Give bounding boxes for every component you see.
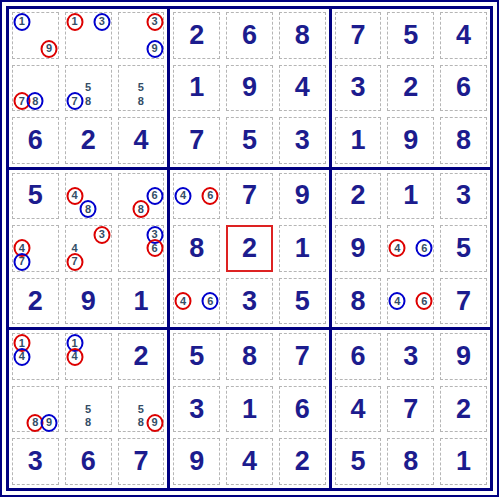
pencil-marks: 46: [176, 176, 217, 217]
candidate-digit: 8: [85, 204, 91, 215]
cell-value: 1: [242, 396, 257, 423]
cell-frame: 7: [173, 117, 220, 164]
candidate-digit: 5: [85, 82, 91, 93]
cell-frame: 1: [335, 117, 382, 164]
cell-r3c7[interactable]: 1: [332, 114, 385, 167]
cell-r6c4[interactable]: 46: [170, 275, 223, 328]
cell-r3c9[interactable]: 8: [437, 114, 490, 167]
cell-frame: 5: [335, 438, 382, 485]
cell-r4c8[interactable]: 1: [384, 170, 437, 223]
cell-frame: 9: [173, 438, 220, 485]
cell-r9c4[interactable]: 9: [170, 435, 223, 488]
cell-r3c2[interactable]: 2: [62, 114, 115, 167]
cell-value: 9: [189, 448, 204, 475]
cell-frame: 2: [65, 117, 112, 164]
cell-frame: 2: [279, 438, 326, 485]
pencil-marks: 46: [390, 228, 431, 269]
cell-value: 5: [456, 235, 471, 262]
box-5: 46798214635: [170, 170, 328, 328]
cell-r7c8[interactable]: 3: [384, 330, 437, 383]
candidate-9[interactable]: 9: [42, 42, 56, 56]
candidate-3[interactable]: 3: [148, 15, 162, 29]
cell-frame: 5: [279, 278, 326, 325]
cell-frame: 1: [279, 225, 326, 272]
cell-frame: 7: [279, 333, 326, 380]
candidate-digit: 8: [85, 417, 91, 428]
candidate-digit: 9: [151, 417, 157, 428]
cell-r7c6[interactable]: 7: [276, 330, 329, 383]
cell-r4c2[interactable]: 48: [62, 170, 115, 223]
cell-r1c1[interactable]: 19: [9, 9, 62, 62]
cell-frame: 3: [12, 438, 59, 485]
candidate-8[interactable]: 8: [134, 95, 148, 109]
cell-frame: 3: [173, 386, 220, 433]
cell-r1c3[interactable]: 39: [115, 9, 168, 62]
candidate-6[interactable]: 6: [148, 242, 162, 256]
candidate-digit: 8: [138, 204, 144, 215]
sudoku-page: 1913397857858624268194753754326198548684…: [0, 0, 499, 497]
cell-value: 9: [351, 235, 366, 262]
box-1: 1913397857858624: [9, 9, 167, 167]
cell-r7c7[interactable]: 6: [332, 330, 385, 383]
cell-value: 1: [133, 288, 148, 315]
pencil-marks: 46: [390, 281, 431, 322]
cell-value: 9: [403, 127, 418, 154]
cell-frame: 4: [118, 117, 165, 164]
cell-r7c3[interactable]: 2: [115, 330, 168, 383]
cell-r3c5[interactable]: 5: [223, 114, 276, 167]
candidate-digit: 3: [151, 229, 157, 240]
cell-value: 7: [403, 396, 418, 423]
candidate-digit: 3: [151, 16, 157, 27]
candidate-digit: 3: [99, 16, 105, 27]
cell-frame: 8: [440, 117, 487, 164]
cell-r6c9[interactable]: 7: [437, 275, 490, 328]
candidate-4[interactable]: 4: [68, 189, 82, 203]
cell-frame: 8: [279, 12, 326, 59]
candidate-digit: 8: [138, 96, 144, 107]
cell-r2c4[interactable]: 1: [170, 62, 223, 115]
candidate-digit: 6: [151, 243, 157, 254]
candidate-6[interactable]: 6: [418, 242, 432, 256]
candidate-5[interactable]: 5: [81, 81, 95, 95]
cell-frame: 1: [440, 438, 487, 485]
candidate-digit: 4: [71, 190, 77, 201]
cell-value: 8: [189, 235, 204, 262]
candidate-8[interactable]: 8: [134, 203, 148, 217]
box-6: 21394658467: [332, 170, 490, 328]
cell-frame: 8: [226, 333, 273, 380]
candidate-8[interactable]: 8: [81, 416, 95, 430]
cell-frame: 9: [65, 278, 112, 325]
cell-r4c1[interactable]: 5: [9, 170, 62, 223]
cell-value: 6: [295, 396, 310, 423]
cell-frame: 5: [173, 333, 220, 380]
cell-frame: 4: [226, 438, 273, 485]
cell-r7c1[interactable]: 14: [9, 330, 62, 383]
cell-value: 5: [403, 22, 418, 49]
pencil-marks: 14: [68, 336, 109, 377]
cell-frame: 46: [173, 278, 220, 325]
cell-r9c6[interactable]: 2: [276, 435, 329, 488]
candidate-digit: 6: [151, 190, 157, 201]
cell-frame: 6: [279, 386, 326, 433]
cell-r6c1[interactable]: 2: [9, 275, 62, 328]
cell-value: 6: [28, 127, 43, 154]
cell-frame: 1: [226, 386, 273, 433]
cell-frame: 3: [387, 333, 434, 380]
cell-r6c5[interactable]: 3: [223, 275, 276, 328]
box-9: 639472581: [332, 330, 490, 488]
cell-frame: 14: [12, 333, 59, 380]
cell-r9c5[interactable]: 4: [223, 435, 276, 488]
cell-value: 9: [81, 288, 96, 315]
cell-frame: 7: [387, 386, 434, 433]
cell-frame: 9: [335, 225, 382, 272]
cell-frame: 58: [118, 65, 165, 112]
cell-frame: 6: [440, 65, 487, 112]
cell-frame: 6: [335, 333, 382, 380]
candidate-5[interactable]: 5: [81, 402, 95, 416]
cell-frame: 6: [65, 438, 112, 485]
cell-r6c3[interactable]: 1: [115, 275, 168, 328]
candidate-digit: 8: [85, 96, 91, 107]
cell-value: 1: [295, 235, 310, 262]
cell-r6c6[interactable]: 5: [276, 275, 329, 328]
cell-value: 2: [81, 127, 96, 154]
candidate-9[interactable]: 9: [148, 42, 162, 56]
cell-frame: 5: [387, 12, 434, 59]
cell-value: 2: [456, 396, 471, 423]
candidate-digit: 6: [207, 296, 213, 307]
cell-value: 2: [403, 74, 418, 101]
cell-frame: 4: [440, 12, 487, 59]
cell-r2c5[interactable]: 9: [223, 62, 276, 115]
cell-value: 9: [456, 343, 471, 370]
candidate-6[interactable]: 6: [204, 294, 218, 308]
cell-r8c1[interactable]: 89: [9, 383, 62, 436]
box-3: 754326198: [332, 9, 490, 167]
candidate-digit: 1: [71, 338, 77, 349]
cell-r9c2[interactable]: 6: [62, 435, 115, 488]
cell-value: 6: [242, 22, 257, 49]
cell-value: 8: [403, 448, 418, 475]
cell-value: 9: [295, 182, 310, 209]
cell-r4c3[interactable]: 68: [115, 170, 168, 223]
cell-frame: 36: [118, 225, 165, 272]
cell-frame: 9: [226, 65, 273, 112]
cell-value: 2: [242, 235, 257, 262]
cell-value: 2: [133, 343, 148, 370]
cell-frame: 9: [440, 333, 487, 380]
cell-r5c1[interactable]: 47: [9, 222, 62, 275]
candidate-digit: 5: [85, 404, 91, 415]
box-4: 548684734736291: [9, 170, 167, 328]
cell-r8c9[interactable]: 2: [437, 383, 490, 436]
candidate-5[interactable]: 5: [134, 81, 148, 95]
candidate-digit: 6: [207, 190, 213, 201]
cell-r1c2[interactable]: 13: [62, 9, 115, 62]
candidate-digit: 4: [394, 243, 400, 254]
candidate-4[interactable]: 4: [176, 189, 190, 203]
pencil-marks: 58: [121, 68, 162, 109]
cell-value: 4: [133, 127, 148, 154]
cell-r6c2[interactable]: 9: [62, 275, 115, 328]
cell-r5c4[interactable]: 8: [170, 222, 223, 275]
candidate-digit: 8: [32, 96, 38, 107]
candidate-digit: 7: [71, 96, 77, 107]
cell-r1c9[interactable]: 4: [437, 9, 490, 62]
cell-value: 2: [28, 288, 43, 315]
cell-r8c7[interactable]: 4: [332, 383, 385, 436]
cell-frame: 578: [65, 65, 112, 112]
cell-r8c5[interactable]: 1: [223, 383, 276, 436]
cell-frame: 46: [173, 173, 220, 220]
cell-r1c7[interactable]: 7: [332, 9, 385, 62]
candidate-6[interactable]: 6: [204, 189, 218, 203]
cell-frame: 7: [335, 12, 382, 59]
cell-frame: 7: [440, 278, 487, 325]
cell-value: 7: [456, 288, 471, 315]
pencil-marks: 13: [68, 15, 109, 56]
cell-value: 5: [351, 448, 366, 475]
candidate-4[interactable]: 4: [390, 294, 404, 308]
candidate-4[interactable]: 4: [15, 350, 29, 364]
cell-r2c9[interactable]: 6: [437, 62, 490, 115]
cell-r1c8[interactable]: 5: [384, 9, 437, 62]
candidate-1[interactable]: 1: [68, 15, 82, 29]
cell-frame: 6: [12, 117, 59, 164]
cell-frame: 2: [118, 333, 165, 380]
cell-frame: 5: [226, 117, 273, 164]
candidate-digit: 7: [19, 256, 25, 267]
cell-frame: 3: [226, 278, 273, 325]
cell-r8c2[interactable]: 58: [62, 383, 115, 436]
cell-value: 5: [242, 127, 257, 154]
candidate-4[interactable]: 4: [68, 350, 82, 364]
cell-frame: 47: [12, 225, 59, 272]
cell-frame: 7: [118, 438, 165, 485]
pencil-marks: 19: [15, 15, 56, 56]
cell-value: 2: [351, 182, 366, 209]
candidate-digit: 4: [180, 296, 186, 307]
pencil-marks: 48: [68, 176, 109, 217]
cell-r2c1[interactable]: 78: [9, 62, 62, 115]
cell-frame: 46: [387, 278, 434, 325]
cell-frame: 13: [65, 12, 112, 59]
cell-r4c6[interactable]: 9: [276, 170, 329, 223]
candidate-digit: 4: [180, 190, 186, 201]
cell-r7c5[interactable]: 8: [223, 330, 276, 383]
candidate-3[interactable]: 3: [95, 228, 109, 242]
cell-r4c5[interactable]: 7: [223, 170, 276, 223]
cell-r2c7[interactable]: 3: [332, 62, 385, 115]
cell-r3c3[interactable]: 4: [115, 114, 168, 167]
cell-r8c8[interactable]: 7: [384, 383, 437, 436]
cell-r8c3[interactable]: 589: [115, 383, 168, 436]
candidate-digit: 5: [138, 82, 144, 93]
cell-r5c6[interactable]: 1: [276, 222, 329, 275]
cell-value: 4: [242, 448, 257, 475]
cell-r9c9[interactable]: 1: [437, 435, 490, 488]
cell-value: 1: [403, 182, 418, 209]
cell-frame: 14: [65, 333, 112, 380]
cell-value: 6: [81, 448, 96, 475]
cell-r7c9[interactable]: 9: [437, 330, 490, 383]
cell-r5c5[interactable]: 2: [223, 222, 276, 275]
cell-r6c7[interactable]: 8: [332, 275, 385, 328]
candidate-digit: 4: [71, 351, 77, 362]
cell-r5c9[interactable]: 5: [437, 222, 490, 275]
cell-r9c3[interactable]: 7: [115, 435, 168, 488]
sudoku-grid: 1913397857858624268194753754326198548684…: [6, 6, 493, 491]
cell-frame: 68: [118, 173, 165, 220]
cell-r7c2[interactable]: 14: [62, 330, 115, 383]
cell-frame: 1: [387, 173, 434, 220]
cell-r9c8[interactable]: 8: [384, 435, 437, 488]
cell-r3c8[interactable]: 9: [384, 114, 437, 167]
pencil-marks: 347: [68, 228, 109, 269]
cell-frame: 8: [387, 438, 434, 485]
pencil-marks: 89: [15, 389, 56, 430]
cell-r4c7[interactable]: 2: [332, 170, 385, 223]
cell-value: 1: [351, 127, 366, 154]
cell-frame: 39: [118, 12, 165, 59]
cell-value: 7: [351, 22, 366, 49]
cell-r2c2[interactable]: 578: [62, 62, 115, 115]
cell-value: 7: [133, 448, 148, 475]
pencil-marks: 14: [15, 336, 56, 377]
cell-frame: 5: [12, 173, 59, 220]
candidate-5[interactable]: 5: [134, 402, 148, 416]
cell-r7c4[interactable]: 5: [170, 330, 223, 383]
cell-r6c8[interactable]: 46: [384, 275, 437, 328]
cell-r9c1[interactable]: 3: [9, 435, 62, 488]
candidate-digit: 7: [71, 256, 77, 267]
cell-value: 4: [456, 22, 471, 49]
cell-r5c8[interactable]: 46: [384, 222, 437, 275]
cell-value: 5: [189, 343, 204, 370]
cell-value: 6: [456, 74, 471, 101]
candidate-digit: 8: [138, 417, 144, 428]
cell-value: 5: [28, 182, 43, 209]
cell-value: 2: [295, 448, 310, 475]
cell-r1c4[interactable]: 2: [170, 9, 223, 62]
cell-r9c7[interactable]: 5: [332, 435, 385, 488]
cell-r5c2[interactable]: 347: [62, 222, 115, 275]
cell-frame: 2: [387, 65, 434, 112]
candidate-8[interactable]: 8: [81, 95, 95, 109]
candidate-digit: 7: [19, 96, 25, 107]
cell-value: 3: [28, 448, 43, 475]
candidate-digit: 8: [32, 417, 38, 428]
cell-frame: 8: [173, 225, 220, 272]
cell-frame: 1: [173, 65, 220, 112]
cell-value: 2: [189, 22, 204, 49]
cell-value: 8: [456, 127, 471, 154]
cell-r4c9[interactable]: 3: [437, 170, 490, 223]
cell-value: 1: [456, 448, 471, 475]
candidate-digit: 6: [421, 296, 427, 307]
candidate-9[interactable]: 9: [42, 416, 56, 430]
cell-value: 3: [189, 396, 204, 423]
pencil-marks: 78: [15, 68, 56, 109]
cell-r5c3[interactable]: 36: [115, 222, 168, 275]
cell-value: 8: [351, 288, 366, 315]
cell-r2c6[interactable]: 4: [276, 62, 329, 115]
cell-frame: 2: [335, 173, 382, 220]
candidate-3[interactable]: 3: [95, 15, 109, 29]
candidate-9[interactable]: 9: [148, 416, 162, 430]
cell-frame: 19: [12, 12, 59, 59]
cell-r8c4[interactable]: 3: [170, 383, 223, 436]
cell-value: 3: [403, 343, 418, 370]
cell-frame: 58: [65, 386, 112, 433]
candidate-4[interactable]: 4: [390, 242, 404, 256]
pencil-marks: 68: [121, 176, 162, 217]
cell-frame: 46: [387, 225, 434, 272]
cell-r4c4[interactable]: 46: [170, 170, 223, 223]
pencil-marks: 589: [121, 389, 162, 430]
cell-value: 6: [351, 343, 366, 370]
cell-r3c1[interactable]: 6: [9, 114, 62, 167]
candidate-4[interactable]: 4: [176, 294, 190, 308]
pencil-marks: 578: [68, 68, 109, 109]
cell-r3c4[interactable]: 7: [170, 114, 223, 167]
cell-r5c7[interactable]: 9: [332, 222, 385, 275]
selected-cell-frame: 2: [226, 225, 273, 272]
cell-frame: 1: [118, 278, 165, 325]
cell-r1c6[interactable]: 8: [276, 9, 329, 62]
candidate-1[interactable]: 1: [15, 15, 29, 29]
cell-frame: 7: [226, 173, 273, 220]
cell-r2c8[interactable]: 2: [384, 62, 437, 115]
candidate-7[interactable]: 7: [68, 95, 82, 109]
cell-frame: 6: [226, 12, 273, 59]
cell-value: 1: [189, 74, 204, 101]
candidate-7[interactable]: 7: [15, 255, 29, 269]
candidate-7[interactable]: 7: [68, 255, 82, 269]
candidate-digit: 9: [46, 43, 52, 54]
cell-frame: 3: [335, 65, 382, 112]
candidate-8[interactable]: 8: [81, 203, 95, 217]
candidate-digit: 4: [19, 351, 25, 362]
cell-r2c3[interactable]: 58: [115, 62, 168, 115]
candidate-digit: 4: [71, 243, 77, 254]
cell-r1c5[interactable]: 6: [223, 9, 276, 62]
cell-value: 7: [295, 343, 310, 370]
cell-r8c6[interactable]: 6: [276, 383, 329, 436]
pencil-marks: 39: [121, 15, 162, 56]
cell-frame: 2: [440, 386, 487, 433]
candidate-digit: 4: [19, 243, 25, 254]
cell-frame: 89: [12, 386, 59, 433]
candidate-digit: 4: [394, 296, 400, 307]
candidate-6[interactable]: 6: [418, 294, 432, 308]
cell-frame: 3: [440, 173, 487, 220]
candidate-8[interactable]: 8: [29, 95, 43, 109]
cell-frame: 347: [65, 225, 112, 272]
cell-value: 5: [295, 288, 310, 315]
pencil-marks: 58: [68, 389, 109, 430]
cell-r3c6[interactable]: 3: [276, 114, 329, 167]
candidate-digit: 5: [138, 404, 144, 415]
cell-value: 8: [242, 343, 257, 370]
candidate-6[interactable]: 6: [148, 189, 162, 203]
pencil-marks: 47: [15, 228, 56, 269]
candidate-digit: 1: [19, 338, 25, 349]
candidate-digit: 9: [46, 417, 52, 428]
